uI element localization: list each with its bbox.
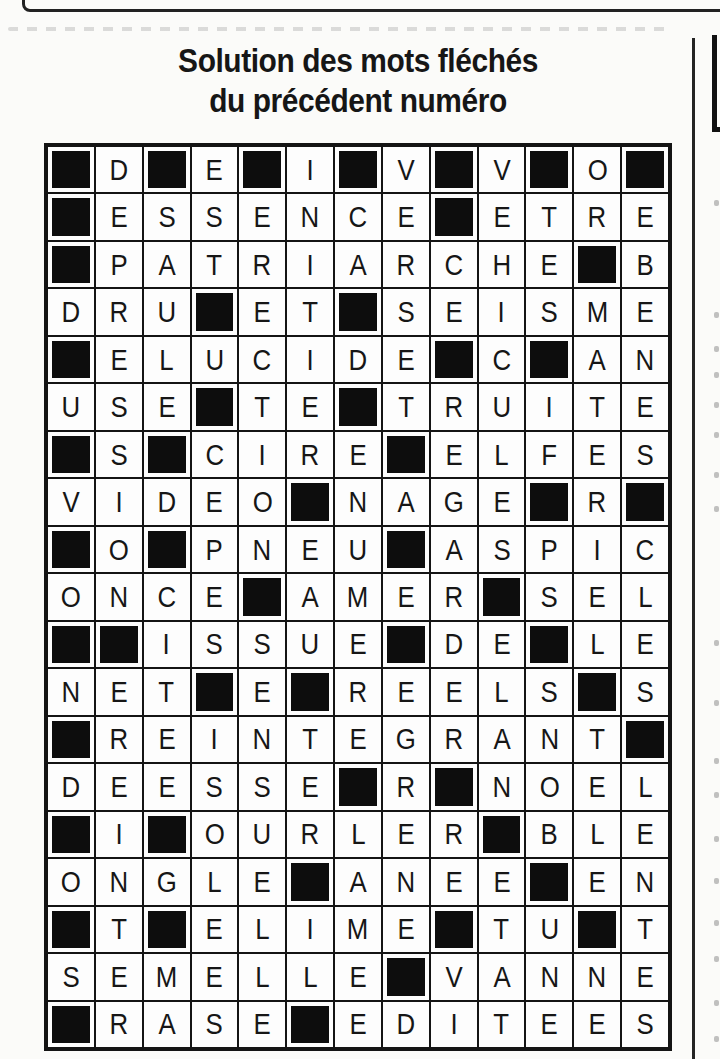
black-square [387, 531, 425, 568]
letter-cell: S [96, 432, 142, 477]
letter-cell: M [144, 954, 190, 999]
letter-cell: C [192, 432, 238, 477]
letter-cell: N [574, 954, 620, 999]
letter-cell: S [526, 574, 572, 619]
letter-cell: L [239, 954, 285, 999]
cell-letter: S [254, 629, 271, 659]
letter-cell: E [479, 479, 525, 524]
black-square [196, 293, 234, 330]
black-square [483, 816, 521, 853]
letter-cell: E [431, 289, 477, 334]
letter-cell: E [479, 622, 525, 667]
black-square [52, 246, 90, 283]
black-cell [48, 242, 94, 287]
black-cell [383, 954, 429, 999]
cell-letter: N [109, 582, 128, 612]
cell-letter: E [589, 772, 606, 802]
letter-cell: E [383, 574, 429, 619]
letter-cell: E [335, 717, 381, 762]
cell-letter: L [255, 962, 269, 992]
letter-cell: R [383, 242, 429, 287]
letter-cell: M [335, 574, 381, 619]
cell-letter: E [349, 962, 366, 992]
letter-cell: R [574, 479, 620, 524]
cell-letter: O [109, 535, 129, 565]
cut-off-print-marks [714, 0, 720, 1059]
cell-letter: E [158, 772, 175, 802]
cell-letter: T [302, 297, 318, 327]
letter-cell: T [622, 907, 668, 952]
letter-cell: E [383, 669, 429, 714]
cell-letter: I [546, 392, 553, 422]
black-cell [383, 527, 429, 572]
black-cell [192, 384, 238, 429]
cell-letter: E [397, 345, 414, 375]
cell-letter: E [589, 440, 606, 470]
print-mark [714, 836, 719, 842]
letter-cell: N [96, 859, 142, 904]
cell-letter: L [494, 440, 508, 470]
cell-letter: E [349, 629, 366, 659]
cell-letter: E [445, 440, 462, 470]
print-mark [714, 200, 719, 206]
letter-cell: O [526, 764, 572, 809]
cell-letter: P [110, 250, 127, 280]
black-cell [287, 479, 333, 524]
black-square [530, 483, 568, 520]
cell-letter: U [492, 392, 511, 422]
cell-letter: N [253, 535, 272, 565]
letter-cell: A [144, 1002, 190, 1047]
cell-letter: M [156, 962, 178, 992]
black-cell [431, 337, 477, 382]
cell-letter: M [347, 914, 369, 944]
letter-cell: C [479, 337, 525, 382]
cell-letter: U [253, 819, 272, 849]
letter-cell: E [287, 384, 333, 429]
letter-cell: A [574, 337, 620, 382]
black-cell [192, 289, 238, 334]
letter-cell: A [144, 242, 190, 287]
letter-cell: H [479, 242, 525, 287]
black-cell [48, 337, 94, 382]
cell-letter: A [158, 250, 175, 280]
black-cell [144, 812, 190, 857]
letter-cell: E [383, 337, 429, 382]
black-cell [479, 812, 525, 857]
print-mark [714, 506, 719, 512]
black-square [148, 816, 186, 853]
letter-cell: N [479, 764, 525, 809]
letter-cell: D [48, 289, 94, 334]
page-title-line1: Solution des mots fléchés [82, 40, 635, 80]
cell-letter: I [498, 297, 505, 327]
black-cell [144, 147, 190, 192]
cell-letter: D [109, 155, 128, 185]
black-cell [144, 432, 190, 477]
letter-cell: N [383, 859, 429, 904]
letter-cell: U [479, 384, 525, 429]
cell-letter: S [206, 202, 223, 232]
letter-cell: T [287, 289, 333, 334]
letter-cell: R [431, 384, 477, 429]
letter-cell: A [383, 479, 429, 524]
black-square [52, 341, 90, 378]
black-square [578, 911, 616, 948]
cell-letter: N [397, 867, 416, 897]
cell-letter: O [587, 155, 607, 185]
cell-letter: O [539, 772, 559, 802]
letter-cell: S [383, 289, 429, 334]
print-mark [714, 640, 719, 646]
cell-letter: R [397, 772, 416, 802]
cell-letter: E [493, 202, 510, 232]
black-square [435, 151, 473, 188]
letter-cell: S [239, 764, 285, 809]
cell-letter: N [109, 867, 128, 897]
letter-cell: E [622, 622, 668, 667]
print-mark [714, 758, 719, 764]
letter-cell: U [48, 384, 94, 429]
cell-letter: I [115, 487, 122, 517]
cell-letter: A [158, 1009, 175, 1039]
cell-letter: S [254, 772, 271, 802]
letter-cell: E [574, 1002, 620, 1047]
black-cell [48, 717, 94, 762]
cell-letter: V [445, 962, 462, 992]
cell-letter: E [493, 629, 510, 659]
letter-cell: E [335, 432, 381, 477]
black-square [339, 293, 377, 330]
cell-letter: E [349, 724, 366, 754]
cell-letter: D [397, 1009, 416, 1039]
black-cell [526, 859, 572, 904]
letter-cell: I [287, 242, 333, 287]
letter-cell: L [287, 954, 333, 999]
cell-letter: E [254, 202, 271, 232]
letter-cell: E [144, 764, 190, 809]
black-square [626, 151, 664, 188]
black-cell [622, 147, 668, 192]
cell-letter: G [396, 724, 416, 754]
cell-letter: N [301, 202, 320, 232]
black-square [435, 911, 473, 948]
black-cell [48, 812, 94, 857]
cell-letter: R [349, 677, 368, 707]
cell-letter: O [61, 582, 81, 612]
black-cell [574, 907, 620, 952]
letter-cell: C [335, 194, 381, 239]
letter-cell: S [192, 622, 238, 667]
cell-letter: L [590, 629, 604, 659]
cell-letter: M [586, 297, 608, 327]
letter-cell: D [335, 337, 381, 382]
cell-letter: E [206, 962, 223, 992]
black-cell [48, 432, 94, 477]
print-mark [714, 402, 719, 408]
cell-letter: T [589, 392, 605, 422]
cell-letter: R [109, 1009, 128, 1039]
cell-letter: E [158, 392, 175, 422]
black-square [626, 721, 664, 758]
letter-cell: L [192, 859, 238, 904]
cell-letter: E [589, 867, 606, 897]
letter-cell: C [622, 527, 668, 572]
cell-letter: E [110, 772, 127, 802]
cell-letter: B [636, 250, 653, 280]
cell-letter: A [302, 582, 319, 612]
letter-cell: T [192, 242, 238, 287]
letter-cell: N [526, 954, 572, 999]
cell-letter: L [303, 962, 317, 992]
page-title: Solution des mots fléchés du précédent n… [82, 40, 635, 120]
black-cell [574, 669, 620, 714]
letter-cell: T [144, 669, 190, 714]
cell-letter: E [589, 582, 606, 612]
letter-cell: E [192, 147, 238, 192]
cell-letter: I [450, 1009, 457, 1039]
letter-cell: N [335, 479, 381, 524]
cell-letter: L [255, 914, 269, 944]
cell-letter: T [111, 914, 127, 944]
letter-cell: E [239, 194, 285, 239]
cell-letter: D [444, 629, 463, 659]
letter-cell: I [479, 289, 525, 334]
cell-letter: O [61, 867, 81, 897]
letter-cell: N [239, 717, 285, 762]
black-cell [383, 622, 429, 667]
letter-cell: E [622, 289, 668, 334]
black-cell [287, 859, 333, 904]
black-square [530, 863, 568, 900]
black-square [483, 578, 521, 615]
cell-letter: S [541, 582, 558, 612]
print-mark [714, 1000, 719, 1006]
letter-cell: A [335, 859, 381, 904]
cell-letter: H [492, 250, 511, 280]
letter-cell: O [48, 574, 94, 619]
letter-cell: E [96, 194, 142, 239]
cell-letter: R [109, 724, 128, 754]
cell-letter: C [205, 440, 224, 470]
letter-cell: I [287, 337, 333, 382]
cell-letter: U [205, 345, 224, 375]
black-square [387, 436, 425, 473]
cell-letter: I [594, 535, 601, 565]
column-divider-rule [692, 38, 695, 1059]
cell-letter: T [494, 1009, 510, 1039]
cell-letter: C [492, 345, 511, 375]
cell-letter: E [445, 677, 462, 707]
letter-cell: E [192, 907, 238, 952]
letter-cell: E [335, 1002, 381, 1047]
letter-cell: E [335, 622, 381, 667]
black-cell [287, 1002, 333, 1047]
black-square [387, 626, 425, 663]
cell-letter: V [493, 155, 510, 185]
cell-letter: R [253, 250, 272, 280]
letter-cell: L [239, 907, 285, 952]
black-square [52, 198, 90, 235]
cell-letter: P [541, 535, 558, 565]
letter-cell: O [239, 479, 285, 524]
cell-letter: C [349, 202, 368, 232]
letter-cell: E [383, 812, 429, 857]
cell-letter: L [351, 819, 365, 849]
cell-letter: N [636, 345, 655, 375]
black-cell [622, 479, 668, 524]
black-square [435, 768, 473, 805]
letter-cell: E [96, 337, 142, 382]
letter-cell: S [144, 194, 190, 239]
letter-cell: R [431, 574, 477, 619]
cell-letter: T [254, 392, 270, 422]
letter-cell: E [574, 574, 620, 619]
cell-letter: S [541, 297, 558, 327]
letter-cell: I [574, 527, 620, 572]
letter-cell: U [287, 622, 333, 667]
letter-cell: E [192, 479, 238, 524]
black-cell [144, 527, 190, 572]
cell-letter: O [204, 819, 224, 849]
cell-letter: E [397, 582, 414, 612]
letter-cell: N [622, 337, 668, 382]
letter-cell: E [239, 669, 285, 714]
letter-cell: S [239, 622, 285, 667]
cell-letter: T [302, 724, 318, 754]
black-square [52, 151, 90, 188]
cell-letter: T [589, 724, 605, 754]
letter-cell: S [479, 527, 525, 572]
letter-cell: V [48, 479, 94, 524]
cell-letter: E [349, 1009, 366, 1039]
letter-cell: N [96, 574, 142, 619]
cell-letter: E [110, 962, 127, 992]
cell-letter: A [493, 962, 510, 992]
cell-letter: E [254, 677, 271, 707]
cell-letter: S [62, 962, 79, 992]
cell-letter: R [301, 819, 320, 849]
cell-letter: R [444, 582, 463, 612]
black-cell [431, 764, 477, 809]
cell-letter: N [636, 867, 655, 897]
cell-letter: S [206, 629, 223, 659]
cell-letter: S [636, 1009, 653, 1039]
cell-letter: U [157, 297, 176, 327]
black-square [148, 436, 186, 473]
cell-letter: V [62, 487, 79, 517]
cell-letter: O [252, 487, 272, 517]
cell-letter: I [211, 724, 218, 754]
cell-letter: D [62, 297, 81, 327]
print-mark [714, 792, 719, 798]
letter-cell: R [287, 812, 333, 857]
cell-letter: L [159, 345, 173, 375]
letter-cell: I [96, 479, 142, 524]
cell-letter: S [158, 202, 175, 232]
letter-cell: E [431, 669, 477, 714]
letter-cell: R [335, 669, 381, 714]
letter-cell: T [574, 384, 620, 429]
letter-cell: O [574, 147, 620, 192]
black-cell [287, 669, 333, 714]
cell-letter: E [397, 819, 414, 849]
black-cell [48, 147, 94, 192]
letter-cell: D [96, 147, 142, 192]
print-mark [714, 1036, 719, 1042]
letter-cell: A [287, 574, 333, 619]
letter-cell: B [526, 812, 572, 857]
black-cell [383, 432, 429, 477]
print-mark [714, 432, 719, 438]
print-mark [714, 346, 719, 352]
black-cell [48, 622, 94, 667]
cell-letter: E [302, 392, 319, 422]
letter-cell: U [144, 289, 190, 334]
cell-letter: N [540, 962, 559, 992]
print-mark [714, 920, 719, 926]
black-cell [574, 242, 620, 287]
black-cell [526, 337, 572, 382]
black-cell [335, 764, 381, 809]
letter-cell: S [192, 1002, 238, 1047]
letter-cell: R [96, 289, 142, 334]
letter-cell: T [239, 384, 285, 429]
letter-cell: C [239, 337, 285, 382]
letter-cell: E [622, 384, 668, 429]
print-mark [714, 372, 719, 378]
black-square [626, 483, 664, 520]
letter-cell: E [96, 669, 142, 714]
black-cell [48, 194, 94, 239]
cell-letter: E [254, 297, 271, 327]
cell-letter: T [637, 914, 653, 944]
cell-letter: D [157, 487, 176, 517]
black-cell [96, 622, 142, 667]
cell-letter: E [636, 297, 653, 327]
cell-letter: R [109, 297, 128, 327]
black-square [530, 341, 568, 378]
letter-cell: L [335, 812, 381, 857]
cell-letter: D [349, 345, 368, 375]
letter-cell: R [574, 194, 620, 239]
letter-cell: E [431, 432, 477, 477]
letter-cell: E [192, 574, 238, 619]
cell-letter: L [494, 677, 508, 707]
black-cell [335, 289, 381, 334]
letter-cell: R [96, 1002, 142, 1047]
cell-letter: E [254, 867, 271, 897]
print-mark [714, 700, 719, 706]
cell-letter: A [589, 345, 606, 375]
cell-letter: I [163, 629, 170, 659]
black-square [387, 958, 425, 995]
cell-letter: B [541, 819, 558, 849]
letter-cell: E [622, 954, 668, 999]
letter-cell: E [383, 907, 429, 952]
letter-cell: M [335, 907, 381, 952]
black-cell [431, 194, 477, 239]
cell-letter: A [349, 250, 366, 280]
letter-cell: I [287, 147, 333, 192]
letter-cell: S [192, 194, 238, 239]
letter-cell: N [48, 669, 94, 714]
black-cell [335, 147, 381, 192]
black-square [530, 626, 568, 663]
cell-letter: R [588, 202, 607, 232]
black-cell [526, 147, 572, 192]
cell-letter: T [541, 202, 557, 232]
